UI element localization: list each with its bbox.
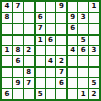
sudoku-cell-r4c1[interactable] [2, 35, 12, 45]
sudoku-cell-r9c2[interactable] [13, 89, 23, 99]
sudoku-cell-r6c3[interactable] [24, 56, 34, 66]
sudoku-cell-r8c4[interactable] [35, 78, 45, 88]
sudoku-cell-r8c9[interactable]: 5 [89, 78, 99, 88]
sudoku-cell-r5c1[interactable]: 1 [2, 46, 12, 56]
sudoku-cell-r7c1[interactable] [2, 67, 12, 77]
sudoku-cell-r3c4[interactable]: 7 [35, 24, 45, 34]
sudoku-cell-r5c8[interactable]: 6 [78, 46, 88, 56]
sudoku-cell-r2c9[interactable] [89, 13, 99, 23]
sudoku-cell-r8c2[interactable]: 9 [13, 78, 23, 88]
sudoku-cell-r9c6[interactable] [56, 89, 66, 99]
sudoku-cell-r6c8[interactable] [78, 56, 88, 66]
sudoku-cell-r5c2[interactable]: 8 [13, 46, 23, 56]
sudoku-cell-r6c6[interactable]: 2 [56, 56, 66, 66]
sudoku-cell-r7c3[interactable]: 8 [24, 67, 34, 77]
sudoku-cell-r9c1[interactable]: 6 [2, 89, 12, 99]
sudoku-cell-r3c6[interactable] [56, 24, 66, 34]
sudoku-cell-r7c6[interactable]: 7 [56, 67, 66, 77]
sudoku-cell-r6c7[interactable] [67, 56, 77, 66]
sudoku-cell-r3c8[interactable] [78, 24, 88, 34]
sudoku-cell-r8c7[interactable] [67, 78, 77, 88]
sudoku-cell-r7c5[interactable] [46, 67, 56, 77]
sudoku-cell-r1c7[interactable] [67, 2, 77, 12]
sudoku-cell-r3c2[interactable] [13, 24, 23, 34]
sudoku-cell-r3c5[interactable] [46, 24, 56, 34]
sudoku-cell-r6c9[interactable] [89, 56, 99, 66]
sudoku-cell-r1c6[interactable]: 9 [56, 2, 66, 12]
sudoku-cell-r5c6[interactable] [56, 46, 66, 56]
sudoku-cell-r4c9[interactable] [89, 35, 99, 45]
sudoku-cell-r2c2[interactable] [13, 13, 23, 23]
sudoku-cell-r6c1[interactable] [2, 56, 12, 66]
sudoku-cell-r4c5[interactable]: 6 [46, 35, 56, 45]
sudoku-cell-r5c3[interactable]: 2 [24, 46, 34, 56]
sudoku-cell-r1c2[interactable]: 7 [13, 2, 23, 12]
sudoku-cell-r3c3[interactable] [24, 24, 34, 34]
sudoku-cell-r7c9[interactable] [89, 67, 99, 77]
sudoku-cell-r3c9[interactable] [89, 24, 99, 34]
sudoku-cell-r2c7[interactable]: 9 [67, 13, 77, 23]
sudoku-cell-r2c5[interactable] [46, 13, 56, 23]
sudoku-cell-r8c1[interactable] [2, 78, 12, 88]
sudoku-cell-r8c6[interactable]: 6 [56, 78, 66, 88]
sudoku-cell-r4c3[interactable] [24, 35, 34, 45]
sudoku-board: 47918693761651824636428797656512 [0, 0, 101, 101]
sudoku-cell-r9c4[interactable]: 5 [35, 89, 45, 99]
sudoku-cell-r5c5[interactable] [46, 46, 56, 56]
sudoku-cell-r3c7[interactable]: 6 [67, 24, 77, 34]
sudoku-cell-r8c8[interactable] [78, 78, 88, 88]
sudoku-cell-r2c6[interactable] [56, 13, 66, 23]
sudoku-cell-r1c5[interactable] [46, 2, 56, 12]
sudoku-cell-r1c1[interactable]: 4 [2, 2, 12, 12]
sudoku-cell-r6c5[interactable]: 4 [46, 56, 56, 66]
sudoku-cell-r4c8[interactable]: 5 [78, 35, 88, 45]
sudoku-cell-r4c7[interactable] [67, 35, 77, 45]
sudoku-cell-r1c3[interactable] [24, 2, 34, 12]
sudoku-cell-r5c9[interactable]: 3 [89, 46, 99, 56]
sudoku-cell-r6c2[interactable]: 6 [13, 56, 23, 66]
sudoku-cell-r2c3[interactable] [24, 13, 34, 23]
sudoku-cell-r9c8[interactable]: 1 [78, 89, 88, 99]
sudoku-cell-r8c3[interactable]: 7 [24, 78, 34, 88]
sudoku-cell-r9c3[interactable] [24, 89, 34, 99]
sudoku-cell-r3c1[interactable] [2, 24, 12, 34]
sudoku-cell-r4c4[interactable]: 1 [35, 35, 45, 45]
sudoku-cell-r1c9[interactable]: 1 [89, 2, 99, 12]
sudoku-cell-r9c7[interactable] [67, 89, 77, 99]
sudoku-cell-r4c2[interactable] [13, 35, 23, 45]
sudoku-cell-r2c4[interactable]: 6 [35, 13, 45, 23]
sudoku-cell-r4c6[interactable] [56, 35, 66, 45]
sudoku-cell-r9c9[interactable]: 2 [89, 89, 99, 99]
sudoku-cell-r7c8[interactable] [78, 67, 88, 77]
sudoku-cell-r2c1[interactable]: 8 [2, 13, 12, 23]
sudoku-cell-r6c4[interactable] [35, 56, 45, 66]
sudoku-cell-r5c4[interactable] [35, 46, 45, 56]
sudoku-cell-r5c7[interactable]: 4 [67, 46, 77, 56]
sudoku-cell-r7c4[interactable] [35, 67, 45, 77]
sudoku-cell-r9c5[interactable] [46, 89, 56, 99]
sudoku-cell-r8c5[interactable] [46, 78, 56, 88]
sudoku-cell-r1c8[interactable] [78, 2, 88, 12]
sudoku-cell-r1c4[interactable] [35, 2, 45, 12]
sudoku-cell-r2c8[interactable]: 3 [78, 13, 88, 23]
sudoku-cell-r7c2[interactable] [13, 67, 23, 77]
sudoku-cell-r7c7[interactable] [67, 67, 77, 77]
